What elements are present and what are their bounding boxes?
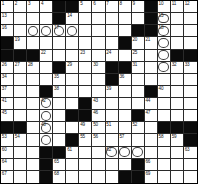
white-cell[interactable] xyxy=(119,86,132,98)
white-cell[interactable]: 14 xyxy=(66,13,79,25)
black-cell xyxy=(184,134,197,146)
white-cell[interactable] xyxy=(14,74,27,86)
clue-number: 42 xyxy=(41,98,46,103)
white-cell[interactable]: 57 xyxy=(119,134,132,146)
clue-number: 39 xyxy=(106,86,111,91)
white-cell[interactable]: 63 xyxy=(184,147,197,159)
clue-number: 15 xyxy=(159,13,164,18)
white-cell[interactable] xyxy=(106,13,119,25)
white-cell[interactable]: 49 xyxy=(79,122,92,134)
white-cell[interactable]: 34 xyxy=(1,74,14,86)
white-cell[interactable] xyxy=(106,171,119,183)
white-cell[interactable] xyxy=(145,74,158,86)
clue-number: 20 xyxy=(132,37,137,42)
clue-number: 41 xyxy=(2,98,7,103)
white-cell[interactable]: 17 xyxy=(53,25,66,37)
black-cell xyxy=(1,122,14,134)
white-cell[interactable]: 11 xyxy=(171,1,184,13)
clue-number: 59 xyxy=(172,134,177,139)
white-cell[interactable]: 54 xyxy=(14,134,27,146)
clue-number: 14 xyxy=(67,13,72,18)
white-cell[interactable] xyxy=(132,74,145,86)
white-cell[interactable] xyxy=(79,171,92,183)
clue-number: 36 xyxy=(119,74,124,79)
circle-marker xyxy=(119,147,129,157)
black-cell xyxy=(53,62,66,74)
white-cell[interactable] xyxy=(40,62,53,74)
circle-marker xyxy=(158,38,168,48)
white-cell[interactable]: 1 xyxy=(1,1,14,13)
white-cell[interactable] xyxy=(14,86,27,98)
clue-number: 27 xyxy=(15,62,20,67)
white-cell[interactable]: 44 xyxy=(145,98,158,110)
white-cell[interactable] xyxy=(53,134,66,146)
white-cell[interactable]: 47 xyxy=(145,110,158,122)
white-cell[interactable] xyxy=(40,110,53,122)
white-cell[interactable] xyxy=(119,13,132,25)
white-cell[interactable] xyxy=(184,13,197,25)
black-cell xyxy=(132,25,145,37)
clue-number: 69 xyxy=(146,171,151,176)
clue-number: 35 xyxy=(54,74,59,79)
white-cell[interactable] xyxy=(171,171,184,183)
white-cell[interactable] xyxy=(171,74,184,86)
white-cell[interactable]: 62 xyxy=(106,147,119,159)
clue-number: 23 xyxy=(80,50,85,55)
white-cell[interactable] xyxy=(106,25,119,37)
clue-number: 51 xyxy=(106,122,111,127)
white-cell[interactable] xyxy=(14,110,27,122)
white-cell[interactable]: 32 xyxy=(171,62,184,74)
white-cell[interactable] xyxy=(40,25,53,37)
white-cell[interactable]: 21 xyxy=(145,37,158,49)
white-cell[interactable]: 13 xyxy=(1,13,14,25)
white-cell[interactable]: 68 xyxy=(53,171,66,183)
white-cell[interactable] xyxy=(66,37,79,49)
clue-number: 45 xyxy=(2,110,7,115)
white-cell[interactable] xyxy=(53,37,66,49)
black-cell xyxy=(145,86,158,98)
black-cell xyxy=(40,171,53,183)
white-cell[interactable] xyxy=(119,110,132,122)
clue-number: 64 xyxy=(2,159,7,164)
white-cell[interactable] xyxy=(158,159,171,171)
black-cell xyxy=(184,50,197,62)
clue-number: 28 xyxy=(28,62,33,67)
white-cell[interactable] xyxy=(92,37,105,49)
white-cell[interactable] xyxy=(27,86,40,98)
white-cell[interactable] xyxy=(79,13,92,25)
white-cell[interactable] xyxy=(119,159,132,171)
white-cell[interactable] xyxy=(27,122,40,134)
clue-number: 7 xyxy=(106,1,108,6)
clue-number: 32 xyxy=(172,62,177,67)
white-cell[interactable] xyxy=(66,98,79,110)
black-cell xyxy=(171,50,184,62)
white-cell[interactable]: 27 xyxy=(14,62,27,74)
white-cell[interactable]: 66 xyxy=(145,159,158,171)
white-cell[interactable] xyxy=(184,86,197,98)
white-cell[interactable] xyxy=(92,25,105,37)
black-cell xyxy=(40,159,53,171)
white-cell[interactable] xyxy=(106,134,119,146)
white-cell[interactable]: 43 xyxy=(92,98,105,110)
white-cell[interactable] xyxy=(171,110,184,122)
circle-marker xyxy=(132,147,142,157)
clue-number: 47 xyxy=(146,110,151,115)
white-cell[interactable] xyxy=(66,86,79,98)
clue-number: 62 xyxy=(106,147,111,152)
white-cell[interactable] xyxy=(119,122,132,134)
clue-number: 65 xyxy=(54,159,59,164)
white-cell[interactable]: 48 xyxy=(40,122,53,134)
white-cell[interactable] xyxy=(27,98,40,110)
white-cell[interactable] xyxy=(158,98,171,110)
black-cell xyxy=(53,13,66,25)
black-cell xyxy=(66,110,79,122)
white-cell[interactable]: 55 xyxy=(79,134,92,146)
white-cell[interactable] xyxy=(40,37,53,49)
white-cell[interactable] xyxy=(27,37,40,49)
white-cell[interactable]: 22 xyxy=(40,50,53,62)
black-cell xyxy=(106,74,119,86)
clue-number: 54 xyxy=(15,134,20,139)
white-cell[interactable]: 23 xyxy=(79,50,92,62)
black-cell xyxy=(119,62,132,74)
white-cell[interactable] xyxy=(66,122,79,134)
black-cell xyxy=(132,110,145,122)
white-cell[interactable]: 3 xyxy=(27,1,40,13)
clue-number: 10 xyxy=(159,1,164,6)
white-cell[interactable] xyxy=(53,110,66,122)
white-cell[interactable]: 39 xyxy=(106,86,119,98)
circle-marker xyxy=(67,26,77,36)
white-cell[interactable] xyxy=(66,74,79,86)
white-cell[interactable]: 8 xyxy=(119,1,132,13)
white-cell[interactable] xyxy=(184,25,197,37)
clue-number: 46 xyxy=(93,110,98,115)
clue-number: 68 xyxy=(54,171,59,176)
white-cell[interactable]: 7 xyxy=(106,1,119,13)
black-cell xyxy=(53,1,66,13)
clue-number: 53 xyxy=(2,134,7,139)
clue-number: 18 xyxy=(159,25,164,30)
white-cell[interactable] xyxy=(79,25,92,37)
clue-number: 12 xyxy=(185,1,190,6)
white-cell[interactable] xyxy=(14,13,27,25)
white-cell[interactable] xyxy=(119,147,132,159)
black-cell xyxy=(171,122,184,134)
white-cell[interactable]: 37 xyxy=(1,86,14,98)
black-cell xyxy=(132,171,145,183)
clue-number: 19 xyxy=(15,37,20,42)
white-cell[interactable] xyxy=(119,50,132,62)
white-cell[interactable]: 24 xyxy=(106,50,119,62)
black-cell xyxy=(1,50,14,62)
black-cell xyxy=(1,37,14,49)
white-cell[interactable]: 35 xyxy=(53,74,66,86)
white-cell[interactable]: 50 xyxy=(92,122,105,134)
white-cell[interactable] xyxy=(106,159,119,171)
clue-number: 57 xyxy=(119,134,124,139)
white-cell[interactable]: 31 xyxy=(132,62,145,74)
circle-marker xyxy=(41,26,51,36)
white-cell[interactable] xyxy=(27,171,40,183)
white-cell[interactable] xyxy=(92,171,105,183)
black-cell xyxy=(40,86,53,98)
clue-number: 26 xyxy=(2,62,7,67)
white-cell[interactable]: 41 xyxy=(1,98,14,110)
white-cell[interactable] xyxy=(158,62,171,74)
clue-number: 58 xyxy=(159,134,164,139)
clue-number: 55 xyxy=(80,134,85,139)
clue-number: 63 xyxy=(185,147,190,152)
white-cell[interactable]: 26 xyxy=(1,62,14,74)
black-cell xyxy=(79,110,92,122)
clue-number: 49 xyxy=(80,122,85,127)
white-cell[interactable] xyxy=(171,37,184,49)
white-cell[interactable]: 12 xyxy=(184,1,197,13)
black-cell xyxy=(66,1,79,13)
clue-number: 38 xyxy=(54,86,59,91)
white-cell[interactable] xyxy=(92,74,105,86)
black-cell xyxy=(66,134,79,146)
white-cell[interactable] xyxy=(66,25,79,37)
white-cell[interactable]: 33 xyxy=(184,62,197,74)
black-cell xyxy=(79,98,92,110)
white-cell[interactable] xyxy=(53,122,66,134)
white-cell[interactable] xyxy=(40,134,53,146)
circle-marker xyxy=(41,135,51,145)
white-cell[interactable] xyxy=(92,159,105,171)
white-cell[interactable]: 16 xyxy=(1,25,14,37)
clue-number: 4 xyxy=(41,1,43,6)
white-cell[interactable]: 65 xyxy=(53,159,66,171)
white-cell[interactable] xyxy=(14,171,27,183)
black-cell xyxy=(106,62,119,74)
white-cell[interactable]: 9 xyxy=(132,1,145,13)
white-cell[interactable]: 29 xyxy=(66,62,79,74)
white-cell[interactable]: 58 xyxy=(158,134,171,146)
clue-number: 22 xyxy=(41,50,46,55)
white-cell[interactable]: 52 xyxy=(132,122,145,134)
white-cell[interactable] xyxy=(184,74,197,86)
white-cell[interactable] xyxy=(40,74,53,86)
white-cell[interactable] xyxy=(145,50,158,62)
white-cell[interactable] xyxy=(79,37,92,49)
white-cell[interactable] xyxy=(184,171,197,183)
clue-number: 40 xyxy=(159,86,164,91)
white-cell[interactable]: 67 xyxy=(1,171,14,183)
white-cell[interactable] xyxy=(158,147,171,159)
black-cell xyxy=(132,159,145,171)
white-cell[interactable]: 15 xyxy=(158,13,171,25)
white-cell[interactable] xyxy=(92,86,105,98)
white-cell[interactable]: 38 xyxy=(53,86,66,98)
white-cell[interactable] xyxy=(14,98,27,110)
white-cell[interactable] xyxy=(132,134,145,146)
white-cell[interactable] xyxy=(14,147,27,159)
black-cell xyxy=(14,122,27,134)
white-cell[interactable]: 20 xyxy=(132,37,145,49)
white-cell[interactable] xyxy=(53,50,66,62)
white-cell[interactable]: 56 xyxy=(92,134,105,146)
white-cell[interactable] xyxy=(158,110,171,122)
white-cell[interactable] xyxy=(132,13,145,25)
black-cell xyxy=(145,1,158,13)
white-cell[interactable] xyxy=(106,37,119,49)
black-cell xyxy=(40,147,53,159)
clue-number: 29 xyxy=(67,62,72,67)
white-cell[interactable] xyxy=(92,13,105,25)
white-cell[interactable] xyxy=(106,98,119,110)
white-cell[interactable] xyxy=(27,134,40,146)
white-cell[interactable]: 45 xyxy=(1,110,14,122)
clue-number: 24 xyxy=(106,50,111,55)
white-cell[interactable]: 19 xyxy=(14,37,27,49)
white-cell[interactable]: 46 xyxy=(92,110,105,122)
white-cell[interactable]: 2 xyxy=(14,1,27,13)
white-cell[interactable] xyxy=(119,98,132,110)
white-cell[interactable] xyxy=(79,74,92,86)
white-cell[interactable] xyxy=(53,98,66,110)
white-cell[interactable] xyxy=(79,86,92,98)
white-cell[interactable] xyxy=(27,74,40,86)
white-cell[interactable] xyxy=(158,171,171,183)
clue-number: 61 xyxy=(67,147,72,152)
white-cell[interactable] xyxy=(66,171,79,183)
white-cell[interactable] xyxy=(171,98,184,110)
white-cell[interactable]: 5 xyxy=(79,1,92,13)
clue-number: 34 xyxy=(2,74,7,79)
clue-number: 67 xyxy=(2,171,7,176)
white-cell[interactable] xyxy=(184,98,197,110)
clue-number: 8 xyxy=(119,1,121,6)
white-cell[interactable]: 10 xyxy=(158,1,171,13)
clue-number: 48 xyxy=(41,122,46,127)
white-cell[interactable] xyxy=(92,147,105,159)
clue-number: 25 xyxy=(132,50,137,55)
white-cell[interactable]: 60 xyxy=(1,147,14,159)
circle-marker xyxy=(41,111,51,121)
white-cell[interactable]: 59 xyxy=(171,134,184,146)
clue-number: 9 xyxy=(132,1,134,6)
white-cell[interactable] xyxy=(119,25,132,37)
white-cell[interactable] xyxy=(66,50,79,62)
white-cell[interactable] xyxy=(145,147,158,159)
clue-number: 31 xyxy=(132,62,137,67)
white-cell[interactable] xyxy=(14,159,27,171)
black-cell xyxy=(184,122,197,134)
clue-number: 5 xyxy=(80,1,82,6)
clue-number: 17 xyxy=(54,25,59,30)
black-cell xyxy=(27,50,40,62)
crossword-board: 1234567891011121314151617181920212223242… xyxy=(0,0,198,184)
white-cell[interactable] xyxy=(79,159,92,171)
white-cell[interactable]: 6 xyxy=(92,1,105,13)
white-cell[interactable] xyxy=(171,25,184,37)
white-cell[interactable] xyxy=(158,74,171,86)
white-cell[interactable]: 69 xyxy=(145,171,158,183)
white-cell[interactable] xyxy=(40,13,53,25)
circle-marker xyxy=(158,62,168,72)
white-cell[interactable] xyxy=(145,134,158,146)
clue-number: 2 xyxy=(15,1,17,6)
black-cell xyxy=(119,37,132,49)
white-cell[interactable]: 30 xyxy=(92,62,105,74)
white-cell[interactable]: 53 xyxy=(1,134,14,146)
circle-marker xyxy=(158,50,168,60)
black-cell xyxy=(14,50,27,62)
black-cell xyxy=(119,171,132,183)
white-cell[interactable]: 64 xyxy=(1,159,14,171)
white-cell[interactable]: 4 xyxy=(40,1,53,13)
white-cell[interactable] xyxy=(145,122,158,134)
white-cell[interactable] xyxy=(184,110,197,122)
white-cell[interactable] xyxy=(27,147,40,159)
white-cell[interactable]: 51 xyxy=(106,122,119,134)
white-cell[interactable] xyxy=(171,13,184,25)
white-cell[interactable] xyxy=(184,159,197,171)
white-cell[interactable]: 36 xyxy=(119,74,132,86)
white-cell[interactable] xyxy=(158,37,171,49)
white-cell[interactable] xyxy=(171,86,184,98)
clue-number: 52 xyxy=(132,122,137,127)
white-cell[interactable] xyxy=(106,110,119,122)
clue-number: 33 xyxy=(185,62,190,67)
white-cell[interactable] xyxy=(66,159,79,171)
white-cell[interactable] xyxy=(27,13,40,25)
white-cell[interactable] xyxy=(171,147,184,159)
white-cell[interactable]: 61 xyxy=(66,147,79,159)
white-cell[interactable]: 25 xyxy=(132,50,145,62)
white-cell[interactable] xyxy=(27,25,40,37)
white-cell[interactable] xyxy=(145,62,158,74)
white-cell[interactable] xyxy=(79,62,92,74)
white-cell[interactable] xyxy=(184,37,197,49)
black-cell xyxy=(145,25,158,37)
clue-number: 44 xyxy=(146,98,151,103)
circle-marker xyxy=(28,26,38,36)
black-cell xyxy=(53,147,66,159)
white-cell[interactable] xyxy=(171,159,184,171)
clue-number: 16 xyxy=(2,25,7,30)
clue-number: 13 xyxy=(2,13,7,18)
clue-number: 66 xyxy=(146,159,151,164)
clue-number: 30 xyxy=(93,62,98,67)
clue-number: 11 xyxy=(172,1,176,6)
white-cell[interactable] xyxy=(14,25,27,37)
clue-number: 3 xyxy=(28,1,30,6)
white-cell[interactable]: 42 xyxy=(40,98,53,110)
white-cell[interactable]: 28 xyxy=(27,62,40,74)
clue-number: 50 xyxy=(93,122,98,127)
white-cell[interactable]: 18 xyxy=(158,25,171,37)
white-cell[interactable] xyxy=(132,147,145,159)
white-cell[interactable] xyxy=(132,98,145,110)
clue-number: 43 xyxy=(93,98,98,103)
white-cell[interactable] xyxy=(92,50,105,62)
white-cell[interactable] xyxy=(132,86,145,98)
white-cell[interactable] xyxy=(79,147,92,159)
black-cell xyxy=(145,13,158,25)
white-cell[interactable] xyxy=(27,110,40,122)
white-cell[interactable]: 40 xyxy=(158,86,171,98)
clue-number: 60 xyxy=(2,147,7,152)
clue-number: 1 xyxy=(2,1,4,6)
white-cell[interactable] xyxy=(27,159,40,171)
white-cell[interactable] xyxy=(158,50,171,62)
